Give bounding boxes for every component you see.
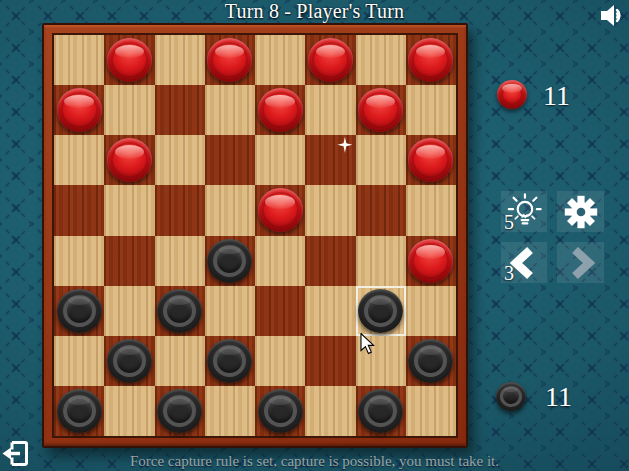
square-r4c6 <box>305 185 355 235</box>
square-r7c1 <box>54 336 104 386</box>
square-r8c3[interactable] <box>155 386 205 436</box>
square-r6c4 <box>205 286 255 336</box>
square-r2c8 <box>406 85 456 135</box>
square-r7c2[interactable] <box>104 336 154 386</box>
square-r1c1 <box>54 35 104 85</box>
square-r6c8 <box>406 286 456 336</box>
black-piece[interactable] <box>157 289 202 333</box>
black-piece[interactable] <box>207 339 252 383</box>
chevron-right-icon <box>561 243 601 283</box>
undo-button[interactable]: 3 <box>501 242 547 283</box>
red-piece[interactable] <box>207 38 252 82</box>
square-r6c5[interactable] <box>255 286 305 336</box>
red-piece[interactable] <box>107 38 152 82</box>
hint-button[interactable]: 5 <box>501 191 547 232</box>
square-r5c3 <box>155 236 205 286</box>
square-r7c6[interactable] <box>305 336 355 386</box>
square-r2c5[interactable] <box>255 85 305 135</box>
sound-button[interactable] <box>599 2 626 29</box>
black-piece[interactable] <box>408 339 453 383</box>
board-grid <box>52 33 458 438</box>
black-piece[interactable] <box>358 289 403 333</box>
red-piece[interactable] <box>57 88 102 132</box>
red-piece[interactable] <box>408 38 453 82</box>
square-r5c8[interactable] <box>406 236 456 286</box>
red-piece[interactable] <box>107 138 152 182</box>
square-r8c5[interactable] <box>255 386 305 436</box>
red-piece[interactable] <box>408 239 453 283</box>
black-piece[interactable] <box>207 239 252 283</box>
square-r4c8 <box>406 185 456 235</box>
square-r7c5 <box>255 336 305 386</box>
square-r2c3[interactable] <box>155 85 205 135</box>
square-r3c1 <box>54 135 104 185</box>
square-r1c7 <box>356 35 406 85</box>
square-r6c1[interactable] <box>54 286 104 336</box>
square-r7c7 <box>356 336 406 386</box>
square-r3c7 <box>356 135 406 185</box>
red-piece[interactable] <box>358 88 403 132</box>
red-piece[interactable] <box>258 188 303 232</box>
red-piece[interactable] <box>258 88 303 132</box>
undo-count-badge: 3 <box>504 262 514 285</box>
black-piece[interactable] <box>157 389 202 433</box>
square-r3c6[interactable] <box>305 135 355 185</box>
black-piece[interactable] <box>258 389 303 433</box>
square-r7c4[interactable] <box>205 336 255 386</box>
red-piece[interactable] <box>408 138 453 182</box>
square-r4c3[interactable] <box>155 185 205 235</box>
hint-count-badge: 5 <box>504 211 514 234</box>
square-r6c2 <box>104 286 154 336</box>
red-piece-count: 11 <box>543 80 570 112</box>
square-r5c6[interactable] <box>305 236 355 286</box>
square-r6c6 <box>305 286 355 336</box>
square-r6c3[interactable] <box>155 286 205 336</box>
black-piece[interactable] <box>57 389 102 433</box>
square-r2c1[interactable] <box>54 85 104 135</box>
square-r1c3 <box>155 35 205 85</box>
square-r3c5 <box>255 135 305 185</box>
square-r3c2[interactable] <box>104 135 154 185</box>
square-r4c1[interactable] <box>54 185 104 235</box>
black-piece[interactable] <box>107 339 152 383</box>
square-r7c3 <box>155 336 205 386</box>
square-r6c7[interactable] <box>356 286 406 336</box>
square-r4c2 <box>104 185 154 235</box>
black-piece-count: 11 <box>545 381 572 413</box>
gear-icon <box>563 194 599 230</box>
redo-button[interactable] <box>557 242 604 283</box>
square-r1c6[interactable] <box>305 35 355 85</box>
square-r8c7[interactable] <box>356 386 406 436</box>
square-r8c4 <box>205 386 255 436</box>
square-r2c4 <box>205 85 255 135</box>
square-r2c2 <box>104 85 154 135</box>
square-r8c2 <box>104 386 154 436</box>
square-r2c6 <box>305 85 355 135</box>
exit-button[interactable] <box>2 438 31 469</box>
square-r8c1[interactable] <box>54 386 104 436</box>
checkers-board <box>42 23 468 448</box>
speaker-icon <box>599 2 626 29</box>
square-r1c5 <box>255 35 305 85</box>
black-piece-counter-icon <box>496 382 526 411</box>
square-r3c8[interactable] <box>406 135 456 185</box>
square-r4c4 <box>205 185 255 235</box>
red-piece[interactable] <box>308 38 353 82</box>
square-r5c1 <box>54 236 104 286</box>
square-r4c7[interactable] <box>356 185 406 235</box>
red-piece-counter-icon <box>497 80 527 109</box>
black-piece[interactable] <box>57 289 102 333</box>
square-r4c5[interactable] <box>255 185 305 235</box>
game-screen: Turn 8 - Player's Turn 11 <box>0 0 629 471</box>
square-r1c2[interactable] <box>104 35 154 85</box>
red-checker-piece <box>497 80 527 109</box>
settings-button[interactable] <box>557 191 604 232</box>
square-r5c2[interactable] <box>104 236 154 286</box>
square-r1c4[interactable] <box>205 35 255 85</box>
square-r3c3 <box>155 135 205 185</box>
square-r5c7 <box>356 236 406 286</box>
square-r7c8[interactable] <box>406 336 456 386</box>
square-r5c5 <box>255 236 305 286</box>
square-r5c4[interactable] <box>205 236 255 286</box>
square-r8c6 <box>305 386 355 436</box>
square-r1c8[interactable] <box>406 35 456 85</box>
black-piece[interactable] <box>358 389 403 433</box>
turn-indicator: Turn 8 - Player's Turn <box>0 0 629 23</box>
square-r3c4[interactable] <box>205 135 255 185</box>
square-r8c8 <box>406 386 456 436</box>
square-r2c7[interactable] <box>356 85 406 135</box>
capture-hint-sparkle <box>337 137 352 153</box>
black-checker-piece <box>496 382 526 411</box>
exit-door-icon <box>2 438 31 469</box>
status-message: Force capture rule is set, capture is po… <box>0 453 629 470</box>
